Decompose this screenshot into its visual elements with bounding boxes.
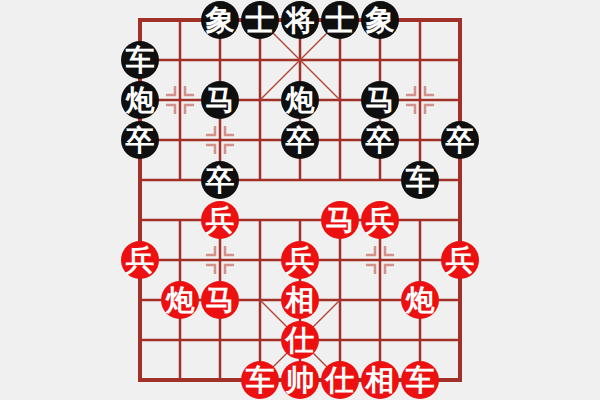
piece-black-cannon[interactable]: 炮	[281, 81, 319, 119]
xiangqi-board[interactable]: 象士将士象车炮马炮马卒卒卒卒卒车兵马兵兵兵兵炮马相炮仕车帅仕相车	[0, 0, 600, 400]
position-marker	[425, 105, 434, 114]
piece-red-soldier[interactable]: 兵	[441, 241, 479, 279]
position-marker	[185, 86, 194, 95]
piece-black-elephant[interactable]: 象	[201, 1, 239, 39]
piece-black-cannon[interactable]: 炮	[121, 81, 159, 119]
piece-red-cannon[interactable]: 炮	[401, 281, 439, 319]
piece-black-general[interactable]: 将	[281, 1, 319, 39]
piece-red-soldier[interactable]: 兵	[281, 241, 319, 279]
piece-black-soldier[interactable]: 卒	[281, 121, 319, 159]
position-marker	[366, 246, 375, 255]
piece-red-advisor[interactable]: 仕	[281, 321, 319, 359]
piece-black-horse[interactable]: 马	[201, 81, 239, 119]
position-marker	[425, 86, 434, 95]
piece-red-soldier[interactable]: 兵	[121, 241, 159, 279]
position-marker	[206, 265, 215, 274]
piece-red-horse[interactable]: 马	[201, 281, 239, 319]
piece-black-soldier[interactable]: 卒	[121, 121, 159, 159]
position-marker	[206, 246, 215, 255]
piece-black-advisor[interactable]: 士	[241, 1, 279, 39]
position-marker	[166, 105, 175, 114]
piece-red-cannon[interactable]: 炮	[161, 281, 199, 319]
position-marker	[225, 126, 234, 135]
position-marker	[406, 105, 415, 114]
piece-red-chariot[interactable]: 车	[241, 361, 279, 399]
position-marker	[206, 145, 215, 154]
piece-red-elephant[interactable]: 相	[281, 281, 319, 319]
piece-black-soldier[interactable]: 卒	[361, 121, 399, 159]
position-marker	[385, 246, 394, 255]
piece-red-advisor[interactable]: 仕	[321, 361, 359, 399]
piece-red-chariot[interactable]: 车	[401, 361, 439, 399]
position-marker	[206, 126, 215, 135]
piece-black-soldier[interactable]: 卒	[441, 121, 479, 159]
position-marker	[385, 265, 394, 274]
piece-red-soldier[interactable]: 兵	[361, 201, 399, 239]
piece-red-soldier[interactable]: 兵	[201, 201, 239, 239]
position-marker	[225, 145, 234, 154]
position-marker	[366, 265, 375, 274]
piece-red-elephant[interactable]: 相	[361, 361, 399, 399]
piece-black-chariot[interactable]: 车	[401, 161, 439, 199]
position-marker	[406, 86, 415, 95]
piece-black-chariot[interactable]: 车	[121, 41, 159, 79]
piece-red-general[interactable]: 帅	[281, 361, 319, 399]
position-marker	[185, 105, 194, 114]
piece-black-advisor[interactable]: 士	[321, 1, 359, 39]
position-marker	[166, 86, 175, 95]
piece-black-elephant[interactable]: 象	[361, 1, 399, 39]
position-marker	[225, 246, 234, 255]
position-marker	[225, 265, 234, 274]
piece-red-horse[interactable]: 马	[321, 201, 359, 239]
piece-black-horse[interactable]: 马	[361, 81, 399, 119]
piece-black-soldier[interactable]: 卒	[201, 161, 239, 199]
